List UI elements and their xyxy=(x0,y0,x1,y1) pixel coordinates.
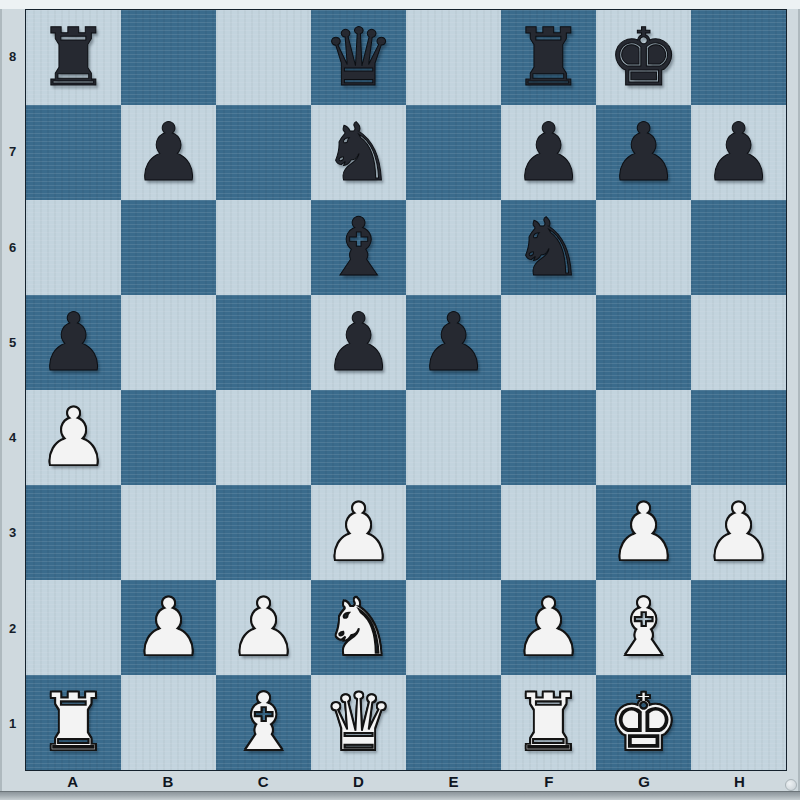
square-d3[interactable]: ♟ xyxy=(311,485,406,580)
square-h5[interactable] xyxy=(691,295,786,390)
square-f8[interactable]: ♜ xyxy=(501,10,596,105)
rank-label-7: 7 xyxy=(0,104,25,199)
square-g3[interactable]: ♟ xyxy=(596,485,691,580)
square-e1[interactable] xyxy=(406,675,501,770)
black-pawn-h7[interactable]: ♟ xyxy=(703,105,775,200)
square-g7[interactable]: ♟ xyxy=(596,105,691,200)
white-rook-f1[interactable]: ♜ xyxy=(513,675,585,770)
file-labels: ABCDEFGH xyxy=(25,771,787,791)
square-h4[interactable] xyxy=(691,390,786,485)
square-c5[interactable] xyxy=(216,295,311,390)
black-pawn-g7[interactable]: ♟ xyxy=(608,105,680,200)
square-d7[interactable]: ♞ xyxy=(311,105,406,200)
file-label-e: E xyxy=(406,771,501,791)
square-d2[interactable]: ♞ xyxy=(311,580,406,675)
chess-diagram: 87654321 ♜♛♜♚♟♞♟♟♟♝♞♟♟♟♟♟♟♟♟♟♞♟♝♜♝♛♜♚ AB… xyxy=(0,0,800,800)
chess-board[interactable]: ♜♛♜♚♟♞♟♟♟♝♞♟♟♟♟♟♟♟♟♟♞♟♝♜♝♛♜♚ xyxy=(25,9,787,771)
square-f4[interactable] xyxy=(501,390,596,485)
square-b3[interactable] xyxy=(121,485,216,580)
square-g5[interactable] xyxy=(596,295,691,390)
bottom-bar xyxy=(0,791,800,800)
file-label-b: B xyxy=(120,771,215,791)
square-h1[interactable] xyxy=(691,675,786,770)
black-bishop-d6[interactable]: ♝ xyxy=(323,200,395,295)
square-h8[interactable] xyxy=(691,10,786,105)
square-d6[interactable]: ♝ xyxy=(311,200,406,295)
square-h3[interactable]: ♟ xyxy=(691,485,786,580)
square-b1[interactable] xyxy=(121,675,216,770)
square-b7[interactable]: ♟ xyxy=(121,105,216,200)
square-a3[interactable] xyxy=(26,485,121,580)
square-b8[interactable] xyxy=(121,10,216,105)
square-c1[interactable]: ♝ xyxy=(216,675,311,770)
square-h7[interactable]: ♟ xyxy=(691,105,786,200)
black-king-g8[interactable]: ♚ xyxy=(608,10,680,105)
square-e6[interactable] xyxy=(406,200,501,295)
file-label-f: F xyxy=(501,771,596,791)
white-pawn-a4[interactable]: ♟ xyxy=(38,390,110,485)
square-h2[interactable] xyxy=(691,580,786,675)
white-bishop-c1[interactable]: ♝ xyxy=(228,675,300,770)
rank-label-1: 1 xyxy=(0,676,25,771)
black-pawn-b7[interactable]: ♟ xyxy=(133,105,205,200)
file-label-d: D xyxy=(311,771,406,791)
square-a7[interactable] xyxy=(26,105,121,200)
square-a6[interactable] xyxy=(26,200,121,295)
square-d5[interactable]: ♟ xyxy=(311,295,406,390)
black-knight-f6[interactable]: ♞ xyxy=(513,200,585,295)
square-d8[interactable]: ♛ xyxy=(311,10,406,105)
square-c8[interactable] xyxy=(216,10,311,105)
square-f5[interactable] xyxy=(501,295,596,390)
square-h6[interactable] xyxy=(691,200,786,295)
square-b6[interactable] xyxy=(121,200,216,295)
rank-labels: 87654321 xyxy=(0,9,25,771)
white-pawn-h3[interactable]: ♟ xyxy=(703,485,775,580)
square-c4[interactable] xyxy=(216,390,311,485)
square-d4[interactable] xyxy=(311,390,406,485)
square-c2[interactable]: ♟ xyxy=(216,580,311,675)
square-b4[interactable] xyxy=(121,390,216,485)
white-king-g1[interactable]: ♚ xyxy=(608,675,680,770)
black-pawn-f7[interactable]: ♟ xyxy=(513,105,585,200)
square-e2[interactable] xyxy=(406,580,501,675)
rank-label-5: 5 xyxy=(0,295,25,390)
square-c7[interactable] xyxy=(216,105,311,200)
top-margin xyxy=(0,0,800,9)
white-queen-d1[interactable]: ♛ xyxy=(323,675,395,770)
square-e4[interactable] xyxy=(406,390,501,485)
square-f6[interactable]: ♞ xyxy=(501,200,596,295)
black-knight-d7[interactable]: ♞ xyxy=(323,105,395,200)
file-label-g: G xyxy=(597,771,692,791)
square-d1[interactable]: ♛ xyxy=(311,675,406,770)
black-pawn-e5[interactable]: ♟ xyxy=(418,295,490,390)
rank-label-8: 8 xyxy=(0,9,25,104)
corner-dot xyxy=(785,779,797,791)
white-pawn-b2[interactable]: ♟ xyxy=(133,580,205,675)
square-c6[interactable] xyxy=(216,200,311,295)
square-a4[interactable]: ♟ xyxy=(26,390,121,485)
square-g2[interactable]: ♝ xyxy=(596,580,691,675)
file-label-c: C xyxy=(216,771,311,791)
file-label-h: H xyxy=(692,771,787,791)
white-knight-d2[interactable]: ♞ xyxy=(323,580,395,675)
square-e8[interactable] xyxy=(406,10,501,105)
square-e5[interactable]: ♟ xyxy=(406,295,501,390)
black-pawn-a5[interactable]: ♟ xyxy=(38,295,110,390)
rank-label-2: 2 xyxy=(0,581,25,676)
black-pawn-d5[interactable]: ♟ xyxy=(323,295,395,390)
square-a5[interactable]: ♟ xyxy=(26,295,121,390)
square-f2[interactable]: ♟ xyxy=(501,580,596,675)
black-queen-d8[interactable]: ♛ xyxy=(323,10,395,105)
square-g8[interactable]: ♚ xyxy=(596,10,691,105)
square-e7[interactable] xyxy=(406,105,501,200)
black-rook-a8[interactable]: ♜ xyxy=(38,10,110,105)
square-a2[interactable] xyxy=(26,580,121,675)
square-g6[interactable] xyxy=(596,200,691,295)
square-g1[interactable]: ♚ xyxy=(596,675,691,770)
square-g4[interactable] xyxy=(596,390,691,485)
white-pawn-f2[interactable]: ♟ xyxy=(513,580,585,675)
white-pawn-g3[interactable]: ♟ xyxy=(608,485,680,580)
square-a1[interactable]: ♜ xyxy=(26,675,121,770)
square-b2[interactable]: ♟ xyxy=(121,580,216,675)
square-a8[interactable]: ♜ xyxy=(26,10,121,105)
square-c3[interactable] xyxy=(216,485,311,580)
square-e3[interactable] xyxy=(406,485,501,580)
rank-label-4: 4 xyxy=(0,390,25,485)
white-pawn-c2[interactable]: ♟ xyxy=(228,580,300,675)
black-rook-f8[interactable]: ♜ xyxy=(513,10,585,105)
white-rook-a1[interactable]: ♜ xyxy=(38,675,110,770)
file-label-a: A xyxy=(25,771,120,791)
square-b5[interactable] xyxy=(121,295,216,390)
square-f7[interactable]: ♟ xyxy=(501,105,596,200)
square-f3[interactable] xyxy=(501,485,596,580)
square-f1[interactable]: ♜ xyxy=(501,675,596,770)
white-pawn-d3[interactable]: ♟ xyxy=(323,485,395,580)
rank-label-6: 6 xyxy=(0,200,25,295)
rank-label-3: 3 xyxy=(0,485,25,580)
white-bishop-g2[interactable]: ♝ xyxy=(608,580,680,675)
